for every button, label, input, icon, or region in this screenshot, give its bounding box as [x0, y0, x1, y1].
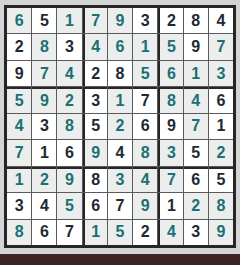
cell-r5c2[interactable]: 3 — [32, 114, 56, 139]
cell-r4c7[interactable]: 8 — [158, 87, 182, 112]
cell-r1c5[interactable]: 9 — [108, 8, 132, 33]
cell-r1c8[interactable]: 8 — [184, 8, 208, 33]
cell-r9c2[interactable]: 6 — [32, 220, 56, 245]
cell-r8c4[interactable]: 6 — [83, 193, 107, 218]
cell-r2c8[interactable]: 9 — [184, 34, 208, 59]
cell-r4c4[interactable]: 3 — [83, 87, 107, 112]
cell-r7c5[interactable]: 3 — [108, 167, 132, 192]
cell-r3c6[interactable]: 5 — [133, 61, 157, 86]
cell-r7c9[interactable]: 5 — [209, 167, 233, 192]
cell-r2c7[interactable]: 5 — [158, 34, 182, 59]
cell-r3c1[interactable]: 9 — [7, 61, 31, 86]
cell-r9c6[interactable]: 2 — [133, 220, 157, 245]
cell-r9c7[interactable]: 4 — [158, 220, 182, 245]
cell-r6c2[interactable]: 1 — [32, 140, 56, 165]
cell-r6c9[interactable]: 2 — [209, 140, 233, 165]
cell-r2c4[interactable]: 4 — [83, 34, 107, 59]
cell-r7c3[interactable]: 9 — [57, 167, 81, 192]
cell-r9c1[interactable]: 8 — [7, 220, 31, 245]
cell-r8c7[interactable]: 1 — [158, 193, 182, 218]
cell-r7c1[interactable]: 1 — [7, 167, 31, 192]
cell-r8c9[interactable]: 8 — [209, 193, 233, 218]
cell-r8c6[interactable]: 9 — [133, 193, 157, 218]
cell-r5c8[interactable]: 7 — [184, 114, 208, 139]
cell-r6c1[interactable]: 7 — [7, 140, 31, 165]
cell-r8c5[interactable]: 7 — [108, 193, 132, 218]
cell-r4c2[interactable]: 9 — [32, 87, 56, 112]
cell-r7c2[interactable]: 2 — [32, 167, 56, 192]
cell-r7c7[interactable]: 7 — [158, 167, 182, 192]
cell-r1c1[interactable]: 6 — [7, 8, 31, 33]
cell-r9c4[interactable]: 1 — [83, 220, 107, 245]
cell-r5c9[interactable]: 1 — [209, 114, 233, 139]
cell-r2c1[interactable]: 2 — [7, 34, 31, 59]
cell-r4c9[interactable]: 6 — [209, 87, 233, 112]
cell-r6c3[interactable]: 6 — [57, 140, 81, 165]
cell-r4c5[interactable]: 1 — [108, 87, 132, 112]
cell-r8c3[interactable]: 5 — [57, 193, 81, 218]
cell-r2c2[interactable]: 8 — [32, 34, 56, 59]
cell-r3c9[interactable]: 3 — [209, 61, 233, 86]
cell-r8c2[interactable]: 4 — [32, 193, 56, 218]
cell-r1c7[interactable]: 2 — [158, 8, 182, 33]
cell-r9c3[interactable]: 7 — [57, 220, 81, 245]
cell-r1c6[interactable]: 3 — [133, 8, 157, 33]
cell-r9c5[interactable]: 5 — [108, 220, 132, 245]
cell-r1c2[interactable]: 5 — [32, 8, 56, 33]
cell-r5c7[interactable]: 9 — [158, 114, 182, 139]
cell-r6c7[interactable]: 3 — [158, 140, 182, 165]
cell-r8c1[interactable]: 3 — [7, 193, 31, 218]
cell-r5c3[interactable]: 8 — [57, 114, 81, 139]
cell-r6c5[interactable]: 4 — [108, 140, 132, 165]
cell-r3c7[interactable]: 6 — [158, 61, 182, 86]
cell-r1c9[interactable]: 4 — [209, 8, 233, 33]
cell-r3c5[interactable]: 8 — [108, 61, 132, 86]
cell-r4c6[interactable]: 7 — [133, 87, 157, 112]
cell-r2c9[interactable]: 7 — [209, 34, 233, 59]
cell-r3c3[interactable]: 4 — [57, 61, 81, 86]
cell-r6c8[interactable]: 5 — [184, 140, 208, 165]
cell-r2c5[interactable]: 6 — [108, 34, 132, 59]
sudoku-board: 6517932842834615979742856135923178464385… — [4, 5, 236, 248]
cell-r6c4[interactable]: 9 — [83, 140, 107, 165]
cell-r3c2[interactable]: 7 — [32, 61, 56, 86]
cell-r7c8[interactable]: 6 — [184, 167, 208, 192]
cell-r3c8[interactable]: 1 — [184, 61, 208, 86]
cell-r5c6[interactable]: 6 — [133, 114, 157, 139]
cell-r4c1[interactable]: 5 — [7, 87, 31, 112]
cell-r3c4[interactable]: 2 — [83, 61, 107, 86]
cell-r7c4[interactable]: 8 — [83, 167, 107, 192]
cell-r9c8[interactable]: 3 — [184, 220, 208, 245]
cell-r5c1[interactable]: 4 — [7, 114, 31, 139]
cell-r6c6[interactable]: 8 — [133, 140, 157, 165]
cell-r7c6[interactable]: 4 — [133, 167, 157, 192]
cell-r2c6[interactable]: 1 — [133, 34, 157, 59]
cell-r5c4[interactable]: 5 — [83, 114, 107, 139]
cell-r5c5[interactable]: 2 — [108, 114, 132, 139]
cell-r1c3[interactable]: 1 — [57, 8, 81, 33]
cell-r9c9[interactable]: 9 — [209, 220, 233, 245]
cell-r4c3[interactable]: 2 — [57, 87, 81, 112]
cell-r2c3[interactable]: 3 — [57, 34, 81, 59]
cell-r4c8[interactable]: 4 — [184, 87, 208, 112]
cell-r8c8[interactable]: 2 — [184, 193, 208, 218]
cell-r1c4[interactable]: 7 — [83, 8, 107, 33]
bottom-edge-strip — [0, 254, 240, 265]
